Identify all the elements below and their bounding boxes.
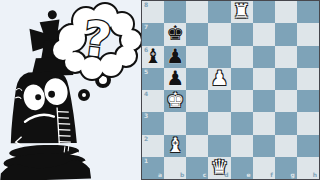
square-f6[interactable] bbox=[253, 46, 275, 68]
square-a3[interactable]: 3 bbox=[142, 112, 164, 134]
square-f3[interactable] bbox=[253, 112, 275, 134]
file-label-h: h bbox=[313, 172, 317, 178]
rank-label-4: 4 bbox=[144, 91, 148, 97]
square-b3[interactable] bbox=[164, 112, 186, 134]
square-d7[interactable] bbox=[208, 23, 230, 45]
chess-board-frame: 8♜7♚6♝♟5♟♟4♚32♝1abcd♛efgh bbox=[141, 0, 320, 180]
piece-black-king[interactable]: ♚ bbox=[166, 23, 184, 43]
square-e1[interactable]: e bbox=[231, 157, 253, 179]
square-b8[interactable] bbox=[164, 1, 186, 23]
square-d6[interactable] bbox=[208, 46, 230, 68]
square-g8[interactable] bbox=[275, 1, 297, 23]
square-g5[interactable] bbox=[275, 68, 297, 90]
square-c3[interactable] bbox=[186, 112, 208, 134]
square-c6[interactable] bbox=[186, 46, 208, 68]
square-a2[interactable]: 2 bbox=[142, 135, 164, 157]
square-d2[interactable] bbox=[208, 135, 230, 157]
rank-label-7: 7 bbox=[144, 24, 148, 30]
square-c1[interactable]: c bbox=[186, 157, 208, 179]
file-label-g: g bbox=[291, 172, 295, 178]
square-b1[interactable]: b bbox=[164, 157, 186, 179]
piece-black-pawn[interactable]: ♟ bbox=[166, 46, 184, 66]
square-a5[interactable]: 5 bbox=[142, 68, 164, 90]
square-g7[interactable] bbox=[275, 23, 297, 45]
square-h5[interactable] bbox=[297, 68, 319, 90]
square-b6[interactable]: ♟ bbox=[164, 46, 186, 68]
square-a4[interactable]: 4 bbox=[142, 90, 164, 112]
piece-black-bishop[interactable]: ♝ bbox=[144, 46, 162, 66]
square-c2[interactable] bbox=[186, 135, 208, 157]
thinking-king-illustration: ? bbox=[0, 0, 141, 180]
square-e6[interactable] bbox=[231, 46, 253, 68]
file-label-f: f bbox=[270, 172, 273, 178]
square-e4[interactable] bbox=[231, 90, 253, 112]
square-f4[interactable] bbox=[253, 90, 275, 112]
file-label-a: a bbox=[158, 172, 162, 178]
piece-white-queen[interactable]: ♛ bbox=[210, 157, 228, 177]
square-e5[interactable] bbox=[231, 68, 253, 90]
square-d8[interactable] bbox=[208, 1, 230, 23]
square-d4[interactable] bbox=[208, 90, 230, 112]
square-a7[interactable]: 7 bbox=[142, 23, 164, 45]
file-label-b: b bbox=[180, 172, 184, 178]
square-b7[interactable]: ♚ bbox=[164, 23, 186, 45]
piece-white-rook[interactable]: ♜ bbox=[233, 1, 251, 21]
square-g2[interactable] bbox=[275, 135, 297, 157]
piece-white-king[interactable]: ♚ bbox=[166, 90, 184, 110]
chess-board: 8♜7♚6♝♟5♟♟4♚32♝1abcd♛efgh bbox=[142, 1, 319, 179]
square-b4[interactable]: ♚ bbox=[164, 90, 186, 112]
rank-label-8: 8 bbox=[144, 2, 148, 8]
square-g1[interactable]: g bbox=[275, 157, 297, 179]
file-label-c: c bbox=[203, 172, 207, 178]
square-b2[interactable]: ♝ bbox=[164, 135, 186, 157]
square-a6[interactable]: 6♝ bbox=[142, 46, 164, 68]
square-g6[interactable] bbox=[275, 46, 297, 68]
square-c5[interactable] bbox=[186, 68, 208, 90]
square-f2[interactable] bbox=[253, 135, 275, 157]
screenshot-stage: ? 8♜7♚6♝♟5♟♟4♚32♝1abcd♛efgh bbox=[0, 0, 320, 180]
square-f7[interactable] bbox=[253, 23, 275, 45]
square-h3[interactable] bbox=[297, 112, 319, 134]
square-d5[interactable]: ♟ bbox=[208, 68, 230, 90]
square-e8[interactable]: ♜ bbox=[231, 1, 253, 23]
square-h2[interactable] bbox=[297, 135, 319, 157]
square-c4[interactable] bbox=[186, 90, 208, 112]
piece-white-bishop[interactable]: ♝ bbox=[166, 135, 184, 155]
square-g4[interactable] bbox=[275, 90, 297, 112]
square-d1[interactable]: d♛ bbox=[208, 157, 230, 179]
square-c7[interactable] bbox=[186, 23, 208, 45]
square-h7[interactable] bbox=[297, 23, 319, 45]
rank-label-1: 1 bbox=[144, 158, 148, 164]
square-h6[interactable] bbox=[297, 46, 319, 68]
rank-label-3: 3 bbox=[144, 113, 148, 119]
rank-label-5: 5 bbox=[144, 69, 148, 75]
square-b5[interactable]: ♟ bbox=[164, 68, 186, 90]
square-h1[interactable]: h bbox=[297, 157, 319, 179]
square-c8[interactable] bbox=[186, 1, 208, 23]
square-h8[interactable] bbox=[297, 1, 319, 23]
square-e3[interactable] bbox=[231, 112, 253, 134]
square-f1[interactable]: f bbox=[253, 157, 275, 179]
illustration-svg: ? bbox=[0, 0, 141, 180]
square-f5[interactable] bbox=[253, 68, 275, 90]
square-e2[interactable] bbox=[231, 135, 253, 157]
square-a8[interactable]: 8 bbox=[142, 1, 164, 23]
piece-black-pawn[interactable]: ♟ bbox=[166, 68, 184, 88]
square-h4[interactable] bbox=[297, 90, 319, 112]
file-label-e: e bbox=[247, 172, 251, 178]
piece-white-pawn[interactable]: ♟ bbox=[210, 68, 228, 88]
square-d3[interactable] bbox=[208, 112, 230, 134]
square-e7[interactable] bbox=[231, 23, 253, 45]
square-f8[interactable] bbox=[253, 1, 275, 23]
square-a1[interactable]: 1a bbox=[142, 157, 164, 179]
rank-label-2: 2 bbox=[144, 136, 148, 142]
square-g3[interactable] bbox=[275, 112, 297, 134]
